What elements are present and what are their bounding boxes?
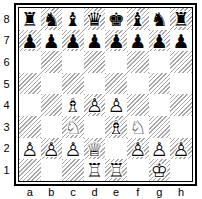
square-h8: ♜♜ <box>170 8 192 30</box>
piece-black-pawn: ♟♟ <box>84 30 106 52</box>
piece-black-pawn: ♟♟ <box>170 30 192 52</box>
chess-diagram: 87654321 ♜♜♞♞♝♝♛♛♚♚♝♝♞♞♜♜♟♟♟♟♟♟♟♟♟♟♟♟♟♟♟… <box>0 0 202 199</box>
square-e6 <box>105 51 127 73</box>
rank-label-7: 7 <box>0 30 13 52</box>
square-d6 <box>84 51 106 73</box>
square-f1 <box>127 159 149 181</box>
piece-glyph: ♞ <box>41 8 63 30</box>
square-e2 <box>105 138 127 160</box>
piece-glyph: ♜ <box>170 8 192 30</box>
square-b7: ♟♟ <box>41 30 63 52</box>
piece-glyph: ♘ <box>62 116 84 138</box>
piece-white-king: ♚♔ <box>149 159 171 181</box>
square-c3: ♞♘ <box>62 116 84 138</box>
piece-black-pawn: ♟♟ <box>19 30 41 52</box>
square-d3 <box>84 116 106 138</box>
piece-white-pawn: ♟♙ <box>84 94 106 116</box>
piece-glyph: ♟ <box>41 30 63 52</box>
piece-glyph: ♛ <box>84 8 106 30</box>
square-f8: ♝♝ <box>127 8 149 30</box>
square-e8: ♚♚ <box>105 8 127 30</box>
piece-black-knight: ♞♞ <box>149 8 171 30</box>
piece-glyph: ♚ <box>105 8 127 30</box>
square-g1: ♚♔ <box>149 159 171 181</box>
board-frame: ♜♜♞♞♝♝♛♛♚♚♝♝♞♞♜♜♟♟♟♟♟♟♟♟♟♟♟♟♟♟♟♟♝♗♟♙♟♙♞♘… <box>14 3 197 186</box>
piece-glyph: ♙ <box>19 138 41 160</box>
piece-black-king: ♚♚ <box>105 8 127 30</box>
square-b6 <box>41 51 63 73</box>
piece-glyph: ♝ <box>127 8 149 30</box>
square-g5 <box>149 73 171 95</box>
square-a7: ♟♟ <box>19 30 41 52</box>
rank-label-6: 6 <box>0 51 13 73</box>
square-g2: ♟♙ <box>149 138 171 160</box>
piece-glyph: ♖ <box>105 159 127 181</box>
piece-glyph: ♖ <box>84 159 106 181</box>
piece-black-pawn: ♟♟ <box>62 30 84 52</box>
square-g4 <box>149 94 171 116</box>
square-a5 <box>19 73 41 95</box>
square-b5 <box>41 73 63 95</box>
piece-black-queen: ♛♛ <box>84 8 106 30</box>
piece-black-rook: ♜♜ <box>19 8 41 30</box>
file-label-g: g <box>149 186 171 199</box>
square-e3: ♝♗ <box>105 116 127 138</box>
square-e1: ♜♖ <box>105 159 127 181</box>
square-f2: ♟♙ <box>127 138 149 160</box>
rank-label-2: 2 <box>0 138 13 160</box>
square-d1: ♜♖ <box>84 159 106 181</box>
piece-glyph: ♟ <box>19 30 41 52</box>
square-f5 <box>127 73 149 95</box>
rank-label-8: 8 <box>0 8 13 30</box>
square-d5 <box>84 73 106 95</box>
piece-black-bishop: ♝♝ <box>62 8 84 30</box>
piece-glyph: ♟ <box>62 30 84 52</box>
piece-glyph: ♞ <box>149 8 171 30</box>
file-label-e: e <box>105 186 127 199</box>
square-f7: ♟♟ <box>127 30 149 52</box>
piece-glyph: ♔ <box>149 159 171 181</box>
piece-glyph: ♙ <box>170 138 192 160</box>
piece-glyph: ♙ <box>62 138 84 160</box>
piece-glyph: ♟ <box>170 30 192 52</box>
piece-white-queen: ♛♕ <box>84 138 106 160</box>
square-b4 <box>41 94 63 116</box>
piece-white-pawn: ♟♙ <box>62 138 84 160</box>
square-d4: ♟♙ <box>84 94 106 116</box>
piece-white-pawn: ♟♙ <box>170 138 192 160</box>
piece-glyph: ♝ <box>62 8 84 30</box>
piece-white-pawn: ♟♙ <box>127 138 149 160</box>
square-g7: ♟♟ <box>149 30 171 52</box>
square-a8: ♜♜ <box>19 8 41 30</box>
file-label-d: d <box>84 186 106 199</box>
piece-glyph: ♕ <box>84 138 106 160</box>
square-e7: ♟♟ <box>105 30 127 52</box>
file-label-h: h <box>170 186 192 199</box>
piece-black-pawn: ♟♟ <box>127 30 149 52</box>
piece-white-pawn: ♟♙ <box>41 138 63 160</box>
square-a2: ♟♙ <box>19 138 41 160</box>
piece-glyph: ♙ <box>41 138 63 160</box>
square-c6 <box>62 51 84 73</box>
piece-white-knight: ♞♘ <box>62 116 84 138</box>
square-d2: ♛♕ <box>84 138 106 160</box>
square-b1 <box>41 159 63 181</box>
square-f4 <box>127 94 149 116</box>
square-c8: ♝♝ <box>62 8 84 30</box>
square-b3 <box>41 116 63 138</box>
square-c1 <box>62 159 84 181</box>
piece-black-pawn: ♟♟ <box>41 30 63 52</box>
piece-glyph: ♙ <box>105 94 127 116</box>
piece-glyph: ♗ <box>105 116 127 138</box>
piece-white-knight: ♞♘ <box>127 116 149 138</box>
file-labels: abcdefgh <box>19 186 192 199</box>
piece-glyph: ♙ <box>149 138 171 160</box>
piece-white-pawn: ♟♙ <box>149 138 171 160</box>
square-g3 <box>149 116 171 138</box>
square-h4 <box>170 94 192 116</box>
square-e5 <box>105 73 127 95</box>
square-f6 <box>127 51 149 73</box>
square-c2: ♟♙ <box>62 138 84 160</box>
piece-white-bishop: ♝♗ <box>105 116 127 138</box>
rank-labels: 87654321 <box>0 8 13 181</box>
file-label-f: f <box>127 186 149 199</box>
piece-black-rook: ♜♜ <box>170 8 192 30</box>
piece-white-rook: ♜♖ <box>84 159 106 181</box>
square-h5 <box>170 73 192 95</box>
piece-glyph: ♘ <box>127 116 149 138</box>
piece-glyph: ♟ <box>127 30 149 52</box>
chess-board: ♜♜♞♞♝♝♛♛♚♚♝♝♞♞♜♜♟♟♟♟♟♟♟♟♟♟♟♟♟♟♟♟♝♗♟♙♟♙♞♘… <box>18 7 193 182</box>
rank-label-5: 5 <box>0 73 13 95</box>
square-a4 <box>19 94 41 116</box>
square-c7: ♟♟ <box>62 30 84 52</box>
square-c4: ♝♗ <box>62 94 84 116</box>
piece-black-knight: ♞♞ <box>41 8 63 30</box>
piece-glyph: ♟ <box>149 30 171 52</box>
piece-white-pawn: ♟♙ <box>19 138 41 160</box>
file-label-b: b <box>41 186 63 199</box>
square-h6 <box>170 51 192 73</box>
square-f3: ♞♘ <box>127 116 149 138</box>
piece-black-pawn: ♟♟ <box>149 30 171 52</box>
piece-glyph: ♜ <box>19 8 41 30</box>
square-a6 <box>19 51 41 73</box>
square-c5 <box>62 73 84 95</box>
square-a1 <box>19 159 41 181</box>
rank-label-1: 1 <box>0 159 13 181</box>
piece-glyph: ♙ <box>84 94 106 116</box>
piece-glyph: ♗ <box>62 94 84 116</box>
piece-white-bishop: ♝♗ <box>62 94 84 116</box>
square-e4: ♟♙ <box>105 94 127 116</box>
piece-black-pawn: ♟♟ <box>105 30 127 52</box>
piece-black-bishop: ♝♝ <box>127 8 149 30</box>
piece-glyph: ♟ <box>84 30 106 52</box>
square-a3 <box>19 116 41 138</box>
piece-glyph: ♟ <box>105 30 127 52</box>
square-b2: ♟♙ <box>41 138 63 160</box>
file-label-a: a <box>19 186 41 199</box>
square-g8: ♞♞ <box>149 8 171 30</box>
square-h7: ♟♟ <box>170 30 192 52</box>
square-d7: ♟♟ <box>84 30 106 52</box>
file-label-c: c <box>62 186 84 199</box>
square-h1 <box>170 159 192 181</box>
piece-white-pawn: ♟♙ <box>105 94 127 116</box>
square-d8: ♛♛ <box>84 8 106 30</box>
rank-label-3: 3 <box>0 116 13 138</box>
square-b8: ♞♞ <box>41 8 63 30</box>
square-h2: ♟♙ <box>170 138 192 160</box>
piece-glyph: ♙ <box>127 138 149 160</box>
square-g6 <box>149 51 171 73</box>
piece-white-rook: ♜♖ <box>105 159 127 181</box>
square-h3 <box>170 116 192 138</box>
rank-label-4: 4 <box>0 94 13 116</box>
